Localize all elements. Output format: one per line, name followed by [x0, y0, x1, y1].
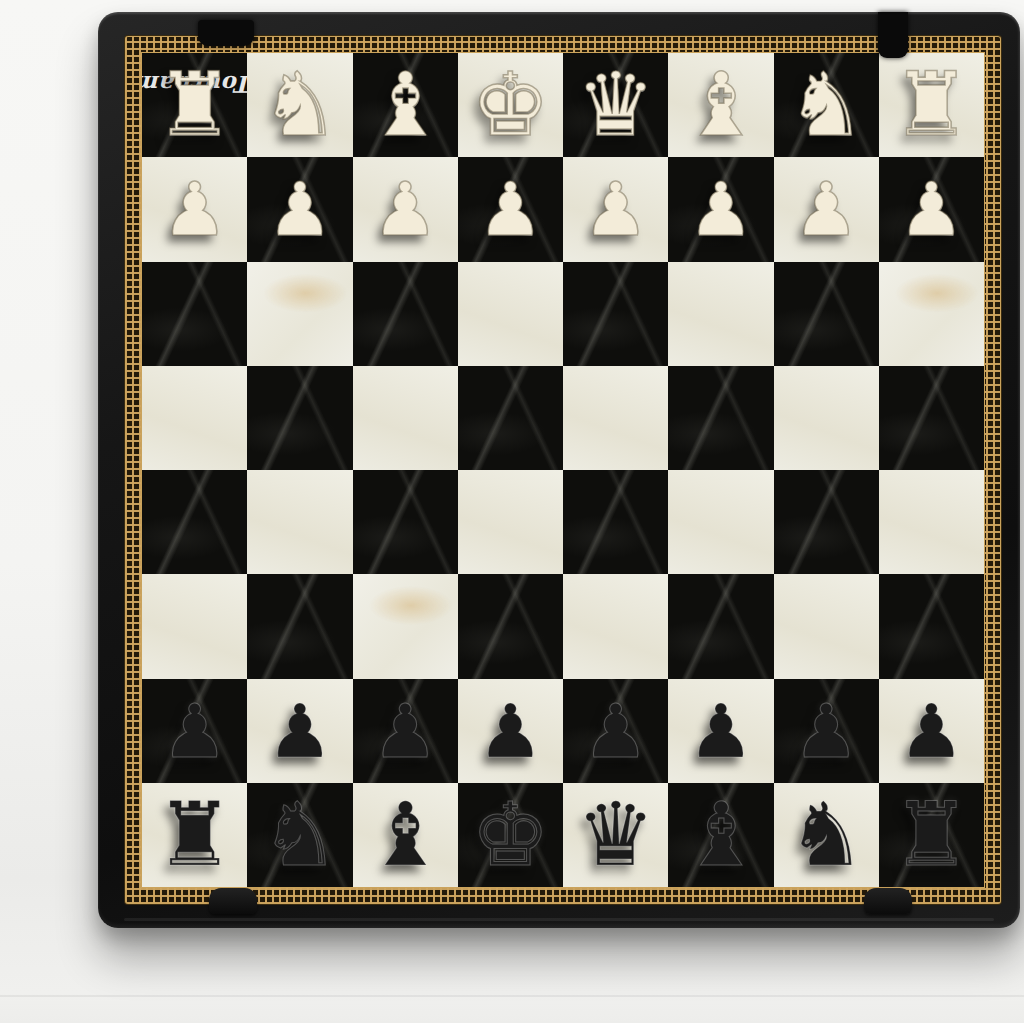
- piece-white-knight: ♞: [787, 61, 866, 149]
- board-square: [247, 262, 352, 366]
- board-square: ♜: [879, 53, 984, 157]
- piece-white-rook: ♜: [155, 61, 234, 149]
- board-square: ♟: [353, 679, 458, 783]
- piece-white-bishop: ♝: [366, 61, 445, 149]
- piece-white-pawn: ♟: [898, 172, 964, 246]
- latch-tab-right: [864, 888, 912, 914]
- board-square: [142, 262, 247, 366]
- board-square: [353, 262, 458, 366]
- piece-white-rook: ♜: [892, 61, 971, 149]
- board-square: [142, 470, 247, 574]
- board-square: ♟: [458, 157, 563, 261]
- board-square: ♛: [563, 53, 668, 157]
- board-square: ♟: [774, 679, 879, 783]
- piece-black-pawn: ♟: [688, 694, 754, 768]
- piece-black-king: ♚: [471, 791, 550, 879]
- piece-black-knight: ♞: [260, 791, 339, 879]
- board-square: ♟: [353, 157, 458, 261]
- board-square: Tournament♜: [142, 53, 247, 157]
- board-square: [774, 470, 879, 574]
- board-square: ♜: [142, 783, 247, 887]
- piece-white-bishop: ♝: [681, 61, 760, 149]
- hinge-slot-right: [878, 12, 908, 58]
- board-square: [458, 574, 563, 678]
- board-square: ♝: [668, 783, 773, 887]
- piece-white-pawn: ♟: [372, 172, 438, 246]
- piece-white-pawn: ♟: [161, 172, 227, 246]
- board-square: [247, 366, 352, 470]
- board-square: ♟: [668, 679, 773, 783]
- piece-white-pawn: ♟: [793, 172, 859, 246]
- board-grid: Tournament♜♞♝♚♛♝♞♜♟♟♟♟♟♟♟♟♟♟♟♟♟♟♟♟♜♞♝♚♛♝…: [142, 53, 984, 887]
- board-square: [353, 574, 458, 678]
- board-square: ♞: [774, 53, 879, 157]
- board-square: ♞: [247, 783, 352, 887]
- piece-black-pawn: ♟: [372, 694, 438, 768]
- piece-white-knight: ♞: [260, 61, 339, 149]
- board-frame: Tournament♜♞♝♚♛♝♞♜♟♟♟♟♟♟♟♟♟♟♟♟♟♟♟♟♜♞♝♚♛♝…: [98, 12, 1020, 928]
- board-square: ♟: [563, 157, 668, 261]
- board-square: [458, 262, 563, 366]
- board-square: ♚: [458, 53, 563, 157]
- board-square: [142, 366, 247, 470]
- latch-tab-left: [209, 888, 257, 914]
- board-square: [563, 262, 668, 366]
- piece-black-pawn: ♟: [267, 694, 333, 768]
- board-square: [247, 574, 352, 678]
- board-square: ♟: [142, 679, 247, 783]
- board-square: [879, 574, 984, 678]
- board-square: [353, 366, 458, 470]
- board-square: ♟: [774, 157, 879, 261]
- piece-white-pawn: ♟: [688, 172, 754, 246]
- board-square: [563, 366, 668, 470]
- board-square: [668, 574, 773, 678]
- board-square: [668, 366, 773, 470]
- board-square: ♟: [458, 679, 563, 783]
- board-square: [879, 262, 984, 366]
- piece-black-bishop: ♝: [366, 791, 445, 879]
- piece-black-queen: ♛: [576, 791, 655, 879]
- piece-white-pawn: ♟: [267, 172, 333, 246]
- board-square: ♛: [563, 783, 668, 887]
- piece-black-bishop: ♝: [681, 791, 760, 879]
- piece-white-king: ♚: [471, 61, 550, 149]
- board-square: [879, 366, 984, 470]
- table-seam-line: [0, 995, 1024, 997]
- board-square: [142, 574, 247, 678]
- board-square: [774, 366, 879, 470]
- board-square: [563, 470, 668, 574]
- board-square: ♞: [247, 53, 352, 157]
- board-square: ♟: [563, 679, 668, 783]
- piece-white-queen: ♛: [576, 61, 655, 149]
- board-square: ♚: [458, 783, 563, 887]
- piece-white-pawn: ♟: [582, 172, 648, 246]
- board-square: ♟: [668, 157, 773, 261]
- board-square: ♟: [247, 157, 352, 261]
- piece-black-rook: ♜: [892, 791, 971, 879]
- board-square: [668, 262, 773, 366]
- board-square: ♝: [353, 783, 458, 887]
- board-square: [563, 574, 668, 678]
- board-square: [247, 470, 352, 574]
- board-square: ♜: [879, 783, 984, 887]
- board-square: [458, 470, 563, 574]
- piece-black-knight: ♞: [787, 791, 866, 879]
- board-square: ♟: [879, 679, 984, 783]
- board-square: ♝: [353, 53, 458, 157]
- board-square: ♟: [247, 679, 352, 783]
- hinge-slot-left: [198, 20, 254, 46]
- piece-black-pawn: ♟: [477, 694, 543, 768]
- piece-black-pawn: ♟: [161, 694, 227, 768]
- board-square: ♟: [879, 157, 984, 261]
- board-square: [774, 574, 879, 678]
- piece-black-rook: ♜: [155, 791, 234, 879]
- board-square: ♞: [774, 783, 879, 887]
- photo-scene: Tournament♜♞♝♚♛♝♞♜♟♟♟♟♟♟♟♟♟♟♟♟♟♟♟♟♜♞♝♚♛♝…: [0, 0, 1024, 1023]
- piece-black-pawn: ♟: [898, 694, 964, 768]
- board-square: ♝: [668, 53, 773, 157]
- board-square: ♟: [142, 157, 247, 261]
- board-square: [458, 366, 563, 470]
- board-square: [668, 470, 773, 574]
- piece-black-pawn: ♟: [793, 694, 859, 768]
- board-square: [879, 470, 984, 574]
- piece-black-pawn: ♟: [582, 694, 648, 768]
- board-square: [774, 262, 879, 366]
- piece-white-pawn: ♟: [477, 172, 543, 246]
- board-square: [353, 470, 458, 574]
